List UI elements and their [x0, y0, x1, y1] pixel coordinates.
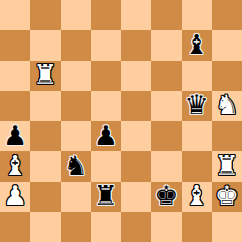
square-h3[interactable]: ♜: [212, 151, 242, 181]
square-d1[interactable]: [91, 212, 121, 242]
square-h4[interactable]: [212, 121, 242, 151]
square-b2[interactable]: [30, 182, 60, 212]
piece-black-pawn: ♟: [94, 122, 118, 149]
square-e1[interactable]: [121, 212, 151, 242]
square-h6[interactable]: [212, 61, 242, 91]
square-c2[interactable]: [61, 182, 91, 212]
piece-white-king: ♚: [215, 182, 239, 209]
square-g5[interactable]: ♛: [182, 91, 212, 121]
square-f3[interactable]: [151, 151, 181, 181]
square-f8[interactable]: [151, 0, 181, 30]
square-a2[interactable]: ♟: [0, 182, 30, 212]
square-f7[interactable]: [151, 30, 181, 60]
square-h2[interactable]: ♚: [212, 182, 242, 212]
square-f5[interactable]: [151, 91, 181, 121]
square-c1[interactable]: [61, 212, 91, 242]
square-e5[interactable]: [121, 91, 151, 121]
square-h7[interactable]: [212, 30, 242, 60]
piece-black-king: ♚: [154, 182, 178, 209]
square-c3[interactable]: ♞: [61, 151, 91, 181]
square-b6[interactable]: ♜: [30, 61, 60, 91]
piece-white-pawn: ♟: [3, 182, 27, 209]
square-e7[interactable]: [121, 30, 151, 60]
square-c8[interactable]: [61, 0, 91, 30]
square-e6[interactable]: [121, 61, 151, 91]
square-a8[interactable]: [0, 0, 30, 30]
square-g6[interactable]: [182, 61, 212, 91]
piece-black-rook: ♜: [94, 182, 118, 209]
square-e8[interactable]: [121, 0, 151, 30]
piece-white-knight: ♞: [215, 91, 239, 118]
square-h5[interactable]: ♞: [212, 91, 242, 121]
square-e3[interactable]: [121, 151, 151, 181]
square-f6[interactable]: [151, 61, 181, 91]
square-d5[interactable]: [91, 91, 121, 121]
square-e2[interactable]: [121, 182, 151, 212]
piece-black-knight: ♞: [64, 152, 88, 179]
square-g8[interactable]: [182, 0, 212, 30]
square-e4[interactable]: [121, 121, 151, 151]
square-b1[interactable]: [30, 212, 60, 242]
square-b7[interactable]: [30, 30, 60, 60]
square-a7[interactable]: [0, 30, 30, 60]
square-d7[interactable]: [91, 30, 121, 60]
square-b5[interactable]: [30, 91, 60, 121]
piece-white-rook: ♜: [215, 152, 239, 179]
square-c4[interactable]: [61, 121, 91, 151]
piece-black-bishop: ♝: [185, 31, 209, 58]
square-b8[interactable]: [30, 0, 60, 30]
square-f4[interactable]: [151, 121, 181, 151]
square-c7[interactable]: [61, 30, 91, 60]
square-a3[interactable]: ♝: [0, 151, 30, 181]
square-g2[interactable]: ♝: [182, 182, 212, 212]
square-a5[interactable]: [0, 91, 30, 121]
square-b4[interactable]: [30, 121, 60, 151]
piece-white-bishop: ♝: [185, 182, 209, 209]
square-c6[interactable]: [61, 61, 91, 91]
square-h8[interactable]: [212, 0, 242, 30]
square-f2[interactable]: ♚: [151, 182, 181, 212]
piece-white-rook: ♜: [33, 61, 57, 88]
square-a6[interactable]: [0, 61, 30, 91]
square-c5[interactable]: [61, 91, 91, 121]
chess-board: ♝♜♛♞♟♟♝♞♜♟♜♚♝♚: [0, 0, 242, 242]
square-g4[interactable]: [182, 121, 212, 151]
square-g1[interactable]: [182, 212, 212, 242]
square-h1[interactable]: [212, 212, 242, 242]
piece-white-bishop: ♝: [3, 152, 27, 179]
square-d6[interactable]: [91, 61, 121, 91]
square-g7[interactable]: ♝: [182, 30, 212, 60]
square-a1[interactable]: [0, 212, 30, 242]
piece-black-pawn: ♟: [3, 122, 27, 149]
square-d4[interactable]: ♟: [91, 121, 121, 151]
square-d2[interactable]: ♜: [91, 182, 121, 212]
square-a4[interactable]: ♟: [0, 121, 30, 151]
square-b3[interactable]: [30, 151, 60, 181]
square-f1[interactable]: [151, 212, 181, 242]
square-d3[interactable]: [91, 151, 121, 181]
square-d8[interactable]: [91, 0, 121, 30]
piece-black-queen: ♛: [185, 91, 209, 118]
square-g3[interactable]: [182, 151, 212, 181]
